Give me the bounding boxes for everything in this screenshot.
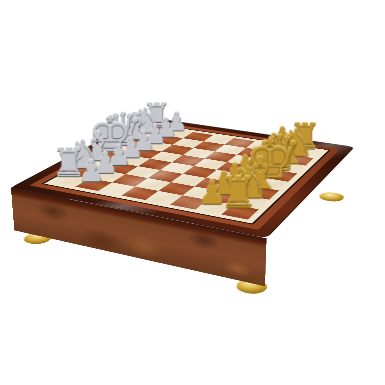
chess-board: ♜♞♝♛♚♝♞♜♟♟♟♟♟♟♟♟♟♟♟♟♟♟♟♟♜♞♝♛♚♝♞♜ (11, 117, 355, 238)
board-scene: ♜♞♝♛♚♝♞♜♟♟♟♟♟♟♟♟♟♟♟♟♟♟♟♟♜♞♝♛♚♝♞♜ (0, 0, 385, 385)
gold-foot-back (316, 191, 347, 203)
chess-set-photo: ♜♞♝♛♚♝♞♜♟♟♟♟♟♟♟♟♟♟♟♟♟♟♟♟♜♞♝♛♚♝♞♜ (0, 0, 385, 385)
